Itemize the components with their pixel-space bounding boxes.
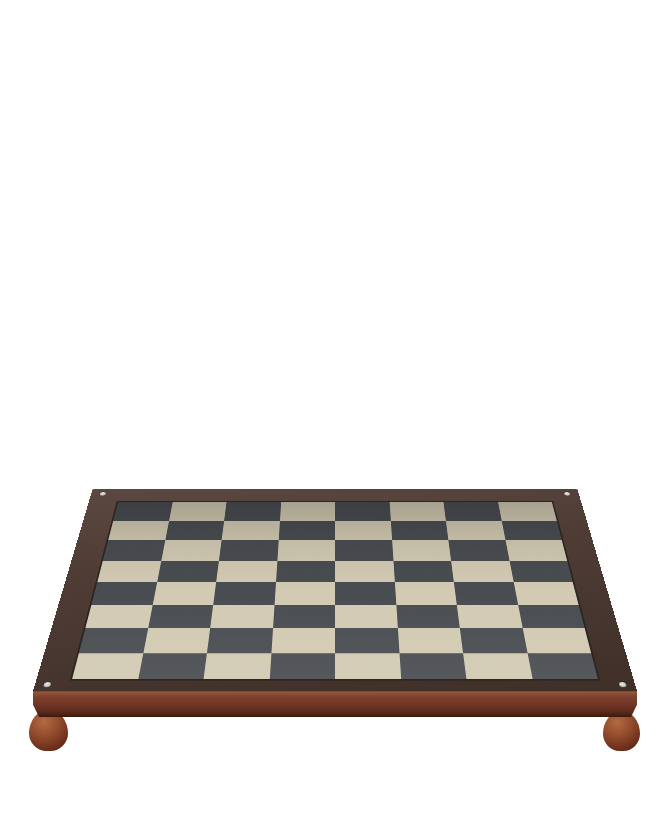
- square-r5c5: [335, 582, 396, 604]
- square-r5c1: [91, 582, 156, 604]
- square-r6c1: [85, 605, 152, 629]
- square-r1c3: [224, 502, 281, 521]
- square-r8c1: [72, 653, 143, 679]
- square-r5c7: [454, 582, 518, 604]
- square-r1c4: [280, 502, 335, 521]
- square-r3c2: [161, 540, 222, 560]
- square-r3c7: [448, 540, 509, 560]
- square-r1c6: [389, 502, 446, 521]
- square-r8c4: [269, 653, 335, 679]
- square-r6c7: [457, 605, 522, 629]
- board-apron: [33, 690, 637, 717]
- square-r2c2: [165, 521, 224, 541]
- square-r1c5: [335, 502, 390, 521]
- square-r4c7: [451, 561, 513, 582]
- square-r2c6: [390, 521, 448, 541]
- square-r8c3: [204, 653, 271, 679]
- square-r6c3: [210, 605, 274, 629]
- board-foot-right: [603, 711, 640, 751]
- square-r8c6: [399, 653, 466, 679]
- square-r7c7: [460, 628, 527, 653]
- corner-screw-top-left-icon: [100, 492, 107, 495]
- square-r8c8: [527, 653, 598, 679]
- square-r6c5: [335, 605, 397, 629]
- board-squares: [70, 501, 601, 681]
- square-r4c3: [216, 561, 277, 582]
- product-photo: [0, 0, 670, 830]
- square-r3c8: [505, 540, 567, 560]
- square-r5c3: [213, 582, 275, 604]
- square-r3c6: [392, 540, 451, 560]
- square-r1c1: [113, 502, 172, 521]
- square-r2c7: [446, 521, 505, 541]
- square-r4c8: [509, 561, 573, 582]
- square-r3c4: [277, 540, 335, 560]
- square-r8c5: [335, 653, 401, 679]
- square-r6c6: [396, 605, 460, 629]
- square-r5c4: [274, 582, 335, 604]
- square-r4c2: [157, 561, 219, 582]
- square-r1c8: [498, 502, 557, 521]
- square-r4c4: [276, 561, 335, 582]
- square-r1c7: [443, 502, 501, 521]
- square-r1c2: [169, 502, 227, 521]
- square-r8c2: [138, 653, 207, 679]
- board-frame: [33, 489, 637, 691]
- square-r4c6: [393, 561, 454, 582]
- square-r6c8: [518, 605, 585, 629]
- square-r5c6: [394, 582, 456, 604]
- square-r5c2: [152, 582, 216, 604]
- corner-screw-top-right-icon: [564, 492, 571, 495]
- square-r7c1: [79, 628, 148, 653]
- square-r4c5: [335, 561, 394, 582]
- square-r5c8: [513, 582, 578, 604]
- square-r7c6: [397, 628, 463, 653]
- square-r6c4: [273, 605, 335, 629]
- square-r3c3: [219, 540, 278, 560]
- square-r2c8: [501, 521, 562, 541]
- square-r2c1: [108, 521, 169, 541]
- chessboard: [33, 489, 637, 691]
- square-r2c3: [222, 521, 280, 541]
- square-r2c5: [335, 521, 392, 541]
- square-r2c4: [278, 521, 335, 541]
- square-r3c1: [103, 540, 165, 560]
- square-r7c2: [143, 628, 210, 653]
- corner-screw-bottom-right-icon: [618, 682, 626, 687]
- square-r7c5: [335, 628, 399, 653]
- square-r7c8: [522, 628, 591, 653]
- square-r8c7: [463, 653, 532, 679]
- square-r3c5: [335, 540, 393, 560]
- square-r7c3: [207, 628, 273, 653]
- square-r7c4: [271, 628, 335, 653]
- square-r4c1: [97, 561, 161, 582]
- corner-screw-bottom-left-icon: [43, 682, 51, 687]
- square-r6c2: [148, 605, 213, 629]
